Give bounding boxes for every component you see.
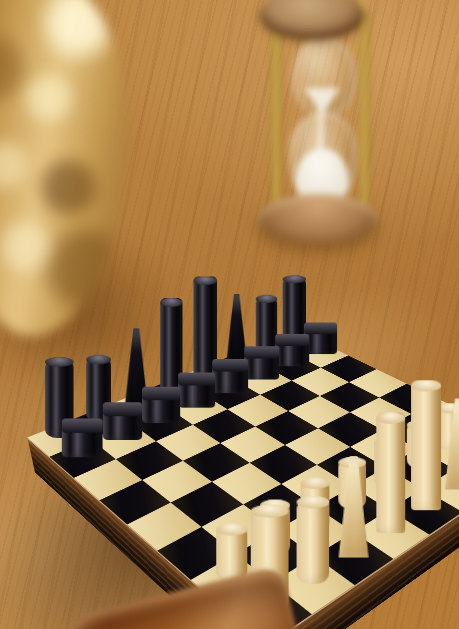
black-pawn-f7 [245, 346, 280, 379]
white-queen-d1 [377, 412, 406, 533]
board-perspective-scene [0, 0, 459, 629]
black-pawn-g7 [275, 334, 309, 367]
black-pawn-e7 [212, 359, 248, 393]
white-king-e1 [411, 380, 441, 510]
white-knight-b1 [297, 496, 330, 584]
black-pawn-a7 [62, 419, 103, 458]
black-pawn-c7 [142, 387, 180, 424]
photo-scene [0, 0, 459, 629]
black-knight-g8 [256, 295, 278, 353]
black-pawn-b7 [103, 402, 143, 440]
black-rook-h8 [283, 275, 306, 341]
black-pawn-d7 [178, 373, 215, 408]
white-pawn-a2 [216, 523, 247, 581]
